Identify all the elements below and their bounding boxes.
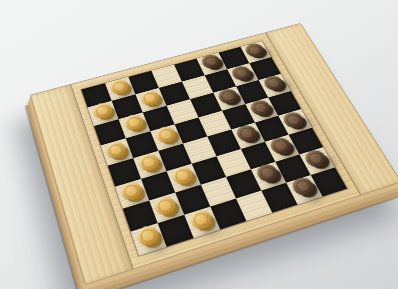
photo-backdrop	[0, 0, 398, 289]
checker-dark[interactable]	[230, 64, 254, 82]
board-tray-frame	[30, 22, 398, 285]
checker-light[interactable]	[108, 77, 131, 95]
checker-dark[interactable]	[243, 41, 266, 58]
checker-dark[interactable]	[281, 110, 307, 129]
checkers-board	[30, 23, 398, 283]
